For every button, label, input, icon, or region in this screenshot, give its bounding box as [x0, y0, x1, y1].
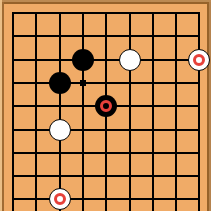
grid-line-horizontal	[12, 82, 200, 84]
grid-line-horizontal	[12, 35, 200, 37]
go-diagram	[0, 0, 211, 211]
white-stone	[188, 49, 210, 71]
grid-line-vertical	[59, 12, 61, 211]
black-stone	[95, 95, 117, 117]
board-edge-left-shadow	[2, 2, 4, 211]
black-stone	[49, 72, 71, 94]
hoshi-point	[80, 80, 86, 86]
white-stone	[49, 188, 71, 210]
board-edge-top-shadow	[0, 2, 211, 4]
grid-line-vertical	[152, 12, 154, 211]
grid-line-horizontal	[12, 152, 200, 154]
board-edge-right-highlight	[209, 2, 211, 211]
grid-line-horizontal	[12, 175, 200, 177]
grid-line-vertical	[198, 12, 200, 211]
grid-line-horizontal	[12, 59, 200, 61]
grid-line-vertical	[12, 12, 14, 211]
red-circle-marker	[100, 100, 112, 112]
grid-line-vertical	[129, 12, 131, 211]
red-circle-marker	[54, 193, 66, 205]
grid-line-horizontal	[12, 12, 200, 14]
grid-line-horizontal	[12, 198, 200, 200]
grid-line-vertical	[82, 12, 84, 211]
white-stone	[49, 119, 71, 141]
black-stone	[72, 49, 94, 71]
grid-line-vertical	[35, 12, 37, 211]
grid-line-horizontal	[12, 129, 200, 131]
red-circle-marker	[193, 54, 205, 66]
grid-line-vertical	[175, 12, 177, 211]
white-stone	[119, 49, 141, 71]
